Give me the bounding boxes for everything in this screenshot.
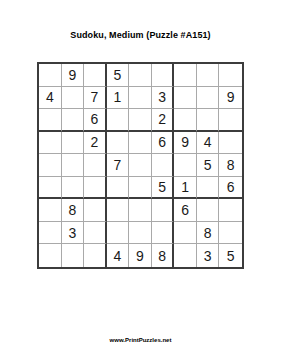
cell-r3c8 [197,109,220,132]
cell-r8c1 [39,222,62,245]
cell-r7c7: 6 [174,199,197,222]
cell-r3c3: 6 [84,109,107,132]
cell-r1c3 [84,64,107,87]
cell-r1c6 [152,64,175,87]
cell-r7c6 [152,199,175,222]
cell-r5c8: 5 [197,154,220,177]
cell-r3c1 [39,109,62,132]
cell-r4c6: 6 [152,132,175,155]
cell-r8c5 [129,222,152,245]
cell-r4c1 [39,132,62,155]
cell-r8c4 [107,222,130,245]
cell-r3c5 [129,109,152,132]
cell-r1c1 [39,64,62,87]
cell-r6c3 [84,177,107,200]
cell-r5c4: 7 [107,154,130,177]
cell-r8c6 [152,222,175,245]
cell-r9c4: 4 [107,244,130,267]
cell-r9c6: 8 [152,244,175,267]
cell-r9c3 [84,244,107,267]
cell-r8c9 [219,222,242,245]
cell-r5c2 [62,154,85,177]
cell-r1c5 [129,64,152,87]
cell-r7c4 [107,199,130,222]
cell-r5c6 [152,154,175,177]
sudoku-board: 9547139622694758516863849835 [37,62,244,269]
cell-r8c7 [174,222,197,245]
cell-r2c9: 9 [219,87,242,110]
cell-r3c6: 2 [152,109,175,132]
cell-r6c1 [39,177,62,200]
cell-r9c5: 9 [129,244,152,267]
cell-r5c3 [84,154,107,177]
cell-r6c7: 1 [174,177,197,200]
cell-r7c2: 8 [62,199,85,222]
cell-r2c6: 3 [152,87,175,110]
cell-r8c8: 8 [197,222,220,245]
footer-site-url: www.PrintPuzzles.net [0,337,281,343]
cell-r9c1 [39,244,62,267]
cell-r8c3 [84,222,107,245]
cell-r4c8: 4 [197,132,220,155]
cell-r3c9 [219,109,242,132]
cell-r4c3: 2 [84,132,107,155]
cell-r4c5 [129,132,152,155]
cell-r2c1: 4 [39,87,62,110]
cell-r3c2 [62,109,85,132]
cell-r5c9: 8 [219,154,242,177]
cell-r9c2 [62,244,85,267]
cell-r2c4: 1 [107,87,130,110]
page-title: Sudoku, Medium (Puzzle #A151) [0,30,281,40]
cell-r3c7 [174,109,197,132]
cell-r5c5 [129,154,152,177]
cell-r3c4 [107,109,130,132]
cell-r9c8: 3 [197,244,220,267]
cell-r7c3 [84,199,107,222]
cell-r7c5 [129,199,152,222]
cell-r1c4: 5 [107,64,130,87]
cell-r9c7 [174,244,197,267]
cell-r6c4 [107,177,130,200]
cell-r1c9 [219,64,242,87]
cell-r6c6: 5 [152,177,175,200]
cell-r2c7 [174,87,197,110]
cell-r2c2 [62,87,85,110]
cell-r4c9 [219,132,242,155]
cell-r1c2: 9 [62,64,85,87]
cell-r9c9: 5 [219,244,242,267]
cell-r4c2 [62,132,85,155]
cell-r5c7 [174,154,197,177]
cell-r7c8 [197,199,220,222]
cell-r1c7 [174,64,197,87]
cell-r5c1 [39,154,62,177]
cell-r4c7: 9 [174,132,197,155]
cell-r6c9: 6 [219,177,242,200]
cell-r8c2: 3 [62,222,85,245]
sudoku-printout-page: Sudoku, Medium (Puzzle #A151) 9547139622… [0,0,281,363]
cell-r6c5 [129,177,152,200]
cell-r7c9 [219,199,242,222]
cell-r2c5 [129,87,152,110]
cell-r4c4 [107,132,130,155]
cell-r7c1 [39,199,62,222]
cell-r1c8 [197,64,220,87]
cell-r2c3: 7 [84,87,107,110]
cell-r6c2 [62,177,85,200]
cell-r2c8 [197,87,220,110]
cell-r6c8 [197,177,220,200]
